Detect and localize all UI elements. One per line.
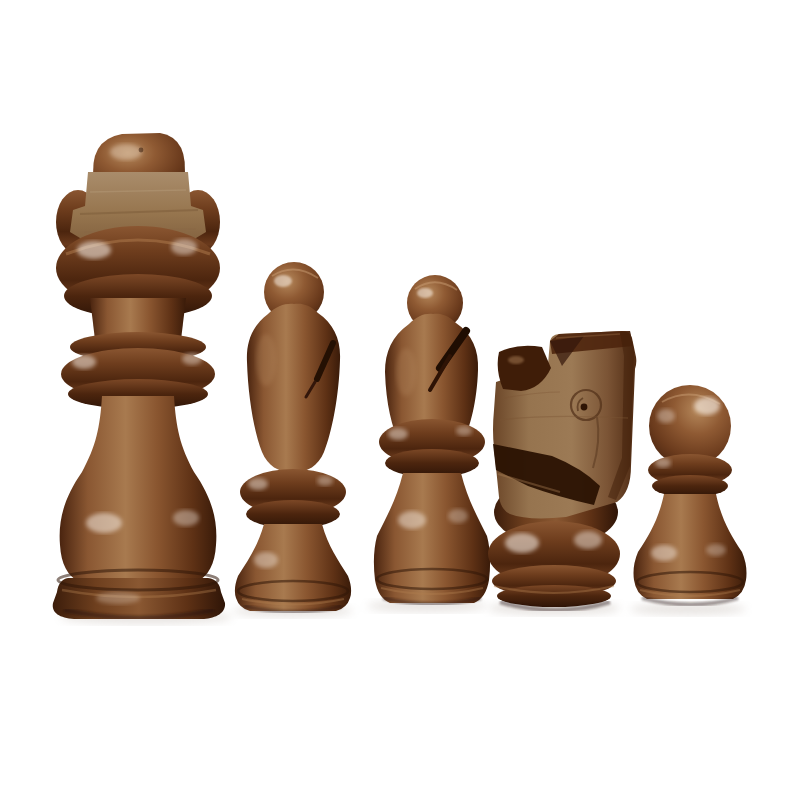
bishop1-mitre	[247, 304, 340, 473]
knight-piece	[488, 331, 636, 610]
king-body	[60, 396, 217, 581]
chess-pieces-illustration	[0, 0, 800, 800]
bishop2-base	[374, 473, 490, 603]
product-photo	[0, 0, 800, 800]
king-piece	[53, 133, 225, 619]
bishop-piece-1	[235, 262, 351, 612]
pawn-base	[634, 494, 747, 599]
bishop-piece-2	[374, 275, 490, 604]
pawn-piece	[634, 385, 747, 605]
